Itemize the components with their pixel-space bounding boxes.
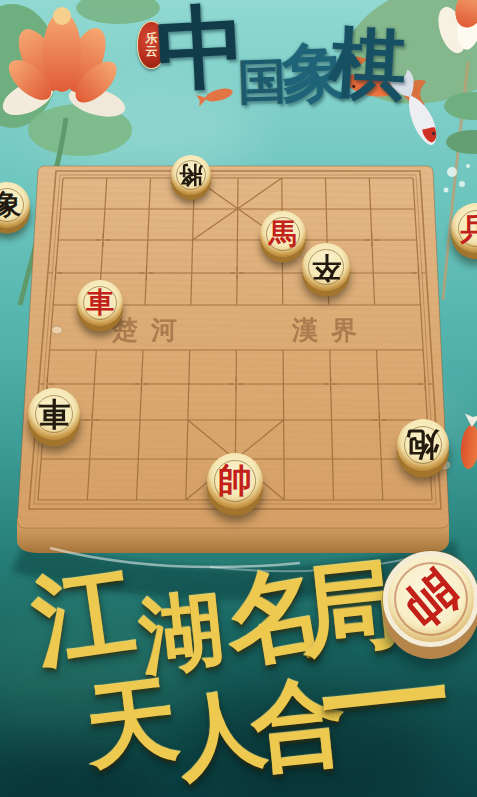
piece-black-soldier[interactable]: 卒 [302, 243, 350, 291]
piece-red-horse[interactable]: 馬 [260, 211, 306, 257]
piece-glyph: 象 [0, 191, 21, 219]
piece-black-cannon[interactable]: 炮 [397, 419, 449, 471]
piece-black-chariot[interactable]: 車 [28, 388, 80, 440]
piece-red-chariot[interactable]: 車 [77, 280, 123, 326]
piece-red-general[interactable]: 帥 [207, 453, 263, 509]
piece-black-general[interactable]: 將 [171, 155, 211, 195]
splash-screen: 楚河 漢界 江 湖 名 局 天 人 合 一 將馬卒車車炮帥象兵帥 乐 云 中 国… [0, 0, 477, 797]
piece-glyph: 車 [86, 289, 114, 317]
piece-red-seal-large: 帥 [383, 551, 477, 647]
piece-glyph: 兵 [461, 213, 477, 244]
piece-glyph: 炮 [407, 429, 439, 461]
piece-glyph: 卒 [312, 253, 341, 282]
piece-red-piece-edge: 兵 [451, 203, 477, 253]
piece-glyph: 馬 [269, 220, 297, 248]
pieces-layer: 將馬卒車車炮帥象兵帥 [0, 0, 477, 797]
piece-glyph: 帥 [218, 464, 252, 498]
piece-glyph: 車 [38, 398, 70, 430]
piece-black-elephant-edge: 象 [0, 182, 30, 228]
piece-glyph: 將 [179, 163, 203, 187]
